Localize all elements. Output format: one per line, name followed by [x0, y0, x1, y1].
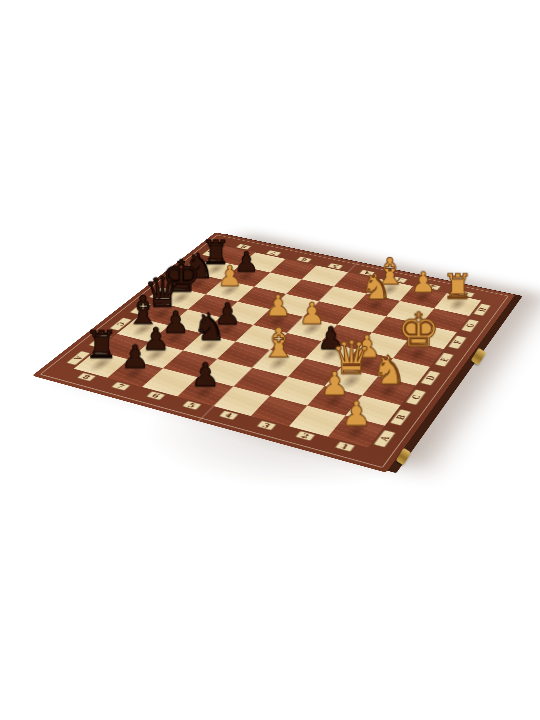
product-photo-page: { "game": "chess", "scene": "wooden fold…: [0, 0, 540, 720]
dark-pawn-a7[interactable]: ♟: [111, 303, 160, 373]
chess-board: ABCDEFGH8877665544332211ABCDEFGH ♜♝♛♚♞♜♟…: [32, 232, 515, 472]
light-bishop-c4[interactable]: ♝: [255, 294, 303, 363]
scene-3d: ABCDEFGH8877665544332211ABCDEFGH ♜♝♛♚♞♜♟…: [0, 0, 540, 720]
dark-pawn-a5[interactable]: ♟: [181, 320, 231, 391]
light-pawn-a1[interactable]: ♟: [331, 356, 383, 431]
